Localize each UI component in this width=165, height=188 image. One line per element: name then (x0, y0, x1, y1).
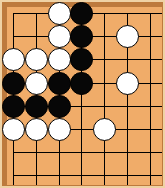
white-stone[interactable] (2, 118, 25, 141)
black-stone[interactable] (2, 95, 25, 118)
white-stone[interactable] (48, 118, 71, 141)
black-stone[interactable] (70, 72, 93, 95)
grid-line-vertical (104, 13, 105, 185)
go-board-diagram[interactable] (0, 0, 165, 188)
black-stone[interactable] (70, 2, 93, 25)
black-stone[interactable] (48, 95, 71, 118)
white-stone[interactable] (116, 25, 139, 48)
white-stone[interactable] (48, 48, 71, 71)
black-stone[interactable] (70, 25, 93, 48)
white-stone[interactable] (25, 48, 48, 71)
black-stone[interactable] (2, 72, 25, 95)
white-stone[interactable] (116, 72, 139, 95)
white-stone[interactable] (48, 25, 71, 48)
black-stone[interactable] (70, 48, 93, 71)
white-stone[interactable] (93, 118, 116, 141)
grid-line-horizontal (13, 152, 162, 153)
white-stone[interactable] (2, 48, 25, 71)
grid-line-vertical (150, 13, 151, 185)
go-board[interactable] (0, 0, 165, 188)
grid-line-horizontal (13, 175, 162, 176)
black-stone[interactable] (25, 95, 48, 118)
white-stone[interactable] (48, 2, 71, 25)
black-stone[interactable] (48, 72, 71, 95)
white-stone[interactable] (25, 118, 48, 141)
white-stone[interactable] (25, 72, 48, 95)
